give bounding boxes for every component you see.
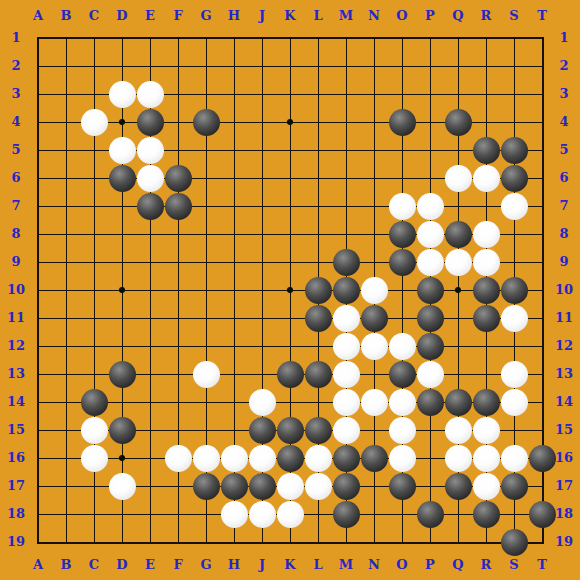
white-stone xyxy=(81,417,108,444)
white-stone xyxy=(81,109,108,136)
row-label-right: 4 xyxy=(549,114,579,130)
white-stone xyxy=(501,193,528,220)
column-label-bottom: G xyxy=(192,557,220,572)
white-stone xyxy=(193,445,220,472)
column-label-top: A xyxy=(24,8,52,23)
column-label-top: G xyxy=(192,8,220,23)
white-stone xyxy=(333,389,360,416)
row-label-left: 12 xyxy=(1,338,31,354)
white-stone xyxy=(249,501,276,528)
column-label-top: T xyxy=(528,8,556,23)
black-stone xyxy=(193,109,220,136)
row-label-right: 2 xyxy=(549,58,579,74)
row-label-right: 12 xyxy=(549,338,579,354)
white-stone xyxy=(249,445,276,472)
white-stone xyxy=(333,333,360,360)
row-label-right: 7 xyxy=(549,198,579,214)
black-stone xyxy=(249,473,276,500)
go-board[interactable]: AABBCCDDEEFFGGHHJJKKLLMMNNOOPPQQRRSSTT11… xyxy=(0,0,580,580)
row-label-right: 5 xyxy=(549,142,579,158)
column-label-bottom: K xyxy=(276,557,304,572)
column-label-top: S xyxy=(500,8,528,23)
black-stone xyxy=(333,277,360,304)
black-stone xyxy=(305,417,332,444)
black-stone xyxy=(529,445,556,472)
white-stone xyxy=(193,361,220,388)
column-label-bottom: H xyxy=(220,557,248,572)
white-stone xyxy=(389,417,416,444)
white-stone xyxy=(81,445,108,472)
white-stone xyxy=(473,249,500,276)
column-label-top: E xyxy=(136,8,164,23)
row-label-left: 8 xyxy=(1,226,31,242)
white-stone xyxy=(417,361,444,388)
white-stone xyxy=(333,361,360,388)
column-label-bottom: O xyxy=(388,557,416,572)
column-label-bottom: Q xyxy=(444,557,472,572)
row-label-left: 10 xyxy=(1,282,31,298)
white-stone xyxy=(389,445,416,472)
black-stone xyxy=(277,445,304,472)
white-stone xyxy=(473,417,500,444)
column-label-top: Q xyxy=(444,8,472,23)
row-label-right: 11 xyxy=(549,310,579,326)
row-label-left: 13 xyxy=(1,366,31,382)
white-stone xyxy=(361,389,388,416)
row-label-right: 10 xyxy=(549,282,579,298)
row-label-right: 1 xyxy=(549,30,579,46)
black-stone xyxy=(165,165,192,192)
white-stone xyxy=(109,81,136,108)
white-stone xyxy=(389,193,416,220)
black-stone xyxy=(501,529,528,556)
black-stone xyxy=(277,361,304,388)
white-stone xyxy=(305,473,332,500)
white-stone xyxy=(501,445,528,472)
column-label-bottom: S xyxy=(500,557,528,572)
column-label-top: H xyxy=(220,8,248,23)
black-stone xyxy=(389,221,416,248)
column-label-top: B xyxy=(52,8,80,23)
black-stone xyxy=(333,473,360,500)
column-label-bottom: R xyxy=(472,557,500,572)
white-stone xyxy=(473,221,500,248)
column-label-top: K xyxy=(276,8,304,23)
column-label-bottom: C xyxy=(80,557,108,572)
black-stone xyxy=(81,389,108,416)
white-stone xyxy=(445,417,472,444)
column-label-bottom: P xyxy=(416,557,444,572)
row-label-right: 6 xyxy=(549,170,579,186)
black-stone xyxy=(389,361,416,388)
column-label-top: P xyxy=(416,8,444,23)
black-stone xyxy=(137,109,164,136)
black-stone xyxy=(305,305,332,332)
white-stone xyxy=(221,501,248,528)
white-stone xyxy=(165,445,192,472)
white-stone xyxy=(473,445,500,472)
row-label-left: 2 xyxy=(1,58,31,74)
black-stone xyxy=(389,473,416,500)
black-stone xyxy=(109,361,136,388)
row-label-left: 7 xyxy=(1,198,31,214)
star-point xyxy=(119,119,125,125)
black-stone xyxy=(193,473,220,500)
row-label-right: 14 xyxy=(549,394,579,410)
white-stone xyxy=(333,417,360,444)
white-stone xyxy=(221,445,248,472)
black-stone xyxy=(417,389,444,416)
black-stone xyxy=(473,305,500,332)
row-label-left: 17 xyxy=(1,478,31,494)
black-stone xyxy=(137,193,164,220)
row-label-right: 19 xyxy=(549,534,579,550)
white-stone xyxy=(361,277,388,304)
star-point xyxy=(119,287,125,293)
white-stone xyxy=(389,389,416,416)
white-stone xyxy=(305,445,332,472)
row-label-left: 19 xyxy=(1,534,31,550)
black-stone xyxy=(333,501,360,528)
black-stone xyxy=(501,165,528,192)
column-label-bottom: N xyxy=(360,557,388,572)
row-label-left: 6 xyxy=(1,170,31,186)
row-label-right: 8 xyxy=(549,226,579,242)
white-stone xyxy=(445,445,472,472)
white-stone xyxy=(473,165,500,192)
black-stone xyxy=(417,277,444,304)
column-label-top: J xyxy=(248,8,276,23)
white-stone xyxy=(445,165,472,192)
black-stone xyxy=(445,473,472,500)
column-label-top: C xyxy=(80,8,108,23)
row-label-left: 3 xyxy=(1,86,31,102)
black-stone xyxy=(445,389,472,416)
black-stone xyxy=(473,137,500,164)
black-stone xyxy=(305,361,332,388)
black-stone xyxy=(473,389,500,416)
white-stone xyxy=(501,361,528,388)
column-label-top: L xyxy=(304,8,332,23)
star-point xyxy=(455,287,461,293)
column-label-top: M xyxy=(332,8,360,23)
column-label-bottom: M xyxy=(332,557,360,572)
white-stone xyxy=(333,305,360,332)
row-label-left: 5 xyxy=(1,142,31,158)
row-label-left: 1 xyxy=(1,30,31,46)
black-stone xyxy=(473,277,500,304)
black-stone xyxy=(165,193,192,220)
column-label-bottom: D xyxy=(108,557,136,572)
white-stone xyxy=(109,473,136,500)
row-label-left: 16 xyxy=(1,450,31,466)
black-stone xyxy=(389,249,416,276)
column-label-top: F xyxy=(164,8,192,23)
black-stone xyxy=(305,277,332,304)
white-stone xyxy=(137,165,164,192)
row-label-right: 9 xyxy=(549,254,579,270)
black-stone xyxy=(333,445,360,472)
row-label-left: 15 xyxy=(1,422,31,438)
black-stone xyxy=(445,109,472,136)
white-stone xyxy=(109,137,136,164)
white-stone xyxy=(277,501,304,528)
white-stone xyxy=(137,81,164,108)
white-stone xyxy=(137,137,164,164)
black-stone xyxy=(389,109,416,136)
column-label-bottom: A xyxy=(24,557,52,572)
black-stone xyxy=(417,333,444,360)
white-stone xyxy=(473,473,500,500)
black-stone xyxy=(361,445,388,472)
black-stone xyxy=(109,417,136,444)
black-stone xyxy=(221,473,248,500)
row-label-left: 14 xyxy=(1,394,31,410)
black-stone xyxy=(473,501,500,528)
star-point xyxy=(287,287,293,293)
black-stone xyxy=(501,137,528,164)
row-label-right: 17 xyxy=(549,478,579,494)
white-stone xyxy=(389,333,416,360)
black-stone xyxy=(529,501,556,528)
column-label-top: O xyxy=(388,8,416,23)
column-label-top: D xyxy=(108,8,136,23)
black-stone xyxy=(417,305,444,332)
row-label-left: 9 xyxy=(1,254,31,270)
black-stone xyxy=(501,473,528,500)
white-stone xyxy=(501,305,528,332)
row-label-right: 15 xyxy=(549,422,579,438)
column-label-bottom: T xyxy=(528,557,556,572)
row-label-left: 4 xyxy=(1,114,31,130)
black-stone xyxy=(417,501,444,528)
white-stone xyxy=(417,193,444,220)
black-stone xyxy=(109,165,136,192)
white-stone xyxy=(277,473,304,500)
row-label-right: 13 xyxy=(549,366,579,382)
row-label-left: 18 xyxy=(1,506,31,522)
row-label-right: 3 xyxy=(549,86,579,102)
star-point xyxy=(119,455,125,461)
white-stone xyxy=(249,389,276,416)
white-stone xyxy=(417,249,444,276)
white-stone xyxy=(417,221,444,248)
black-stone xyxy=(501,277,528,304)
column-label-bottom: F xyxy=(164,557,192,572)
black-stone xyxy=(445,221,472,248)
black-stone xyxy=(249,417,276,444)
white-stone xyxy=(445,249,472,276)
column-label-bottom: E xyxy=(136,557,164,572)
black-stone xyxy=(333,249,360,276)
row-label-left: 11 xyxy=(1,310,31,326)
white-stone xyxy=(501,389,528,416)
black-stone xyxy=(361,305,388,332)
white-stone xyxy=(361,333,388,360)
column-label-bottom: L xyxy=(304,557,332,572)
black-stone xyxy=(277,417,304,444)
column-label-bottom: J xyxy=(248,557,276,572)
star-point xyxy=(287,119,293,125)
column-label-top: R xyxy=(472,8,500,23)
column-label-bottom: B xyxy=(52,557,80,572)
column-label-top: N xyxy=(360,8,388,23)
